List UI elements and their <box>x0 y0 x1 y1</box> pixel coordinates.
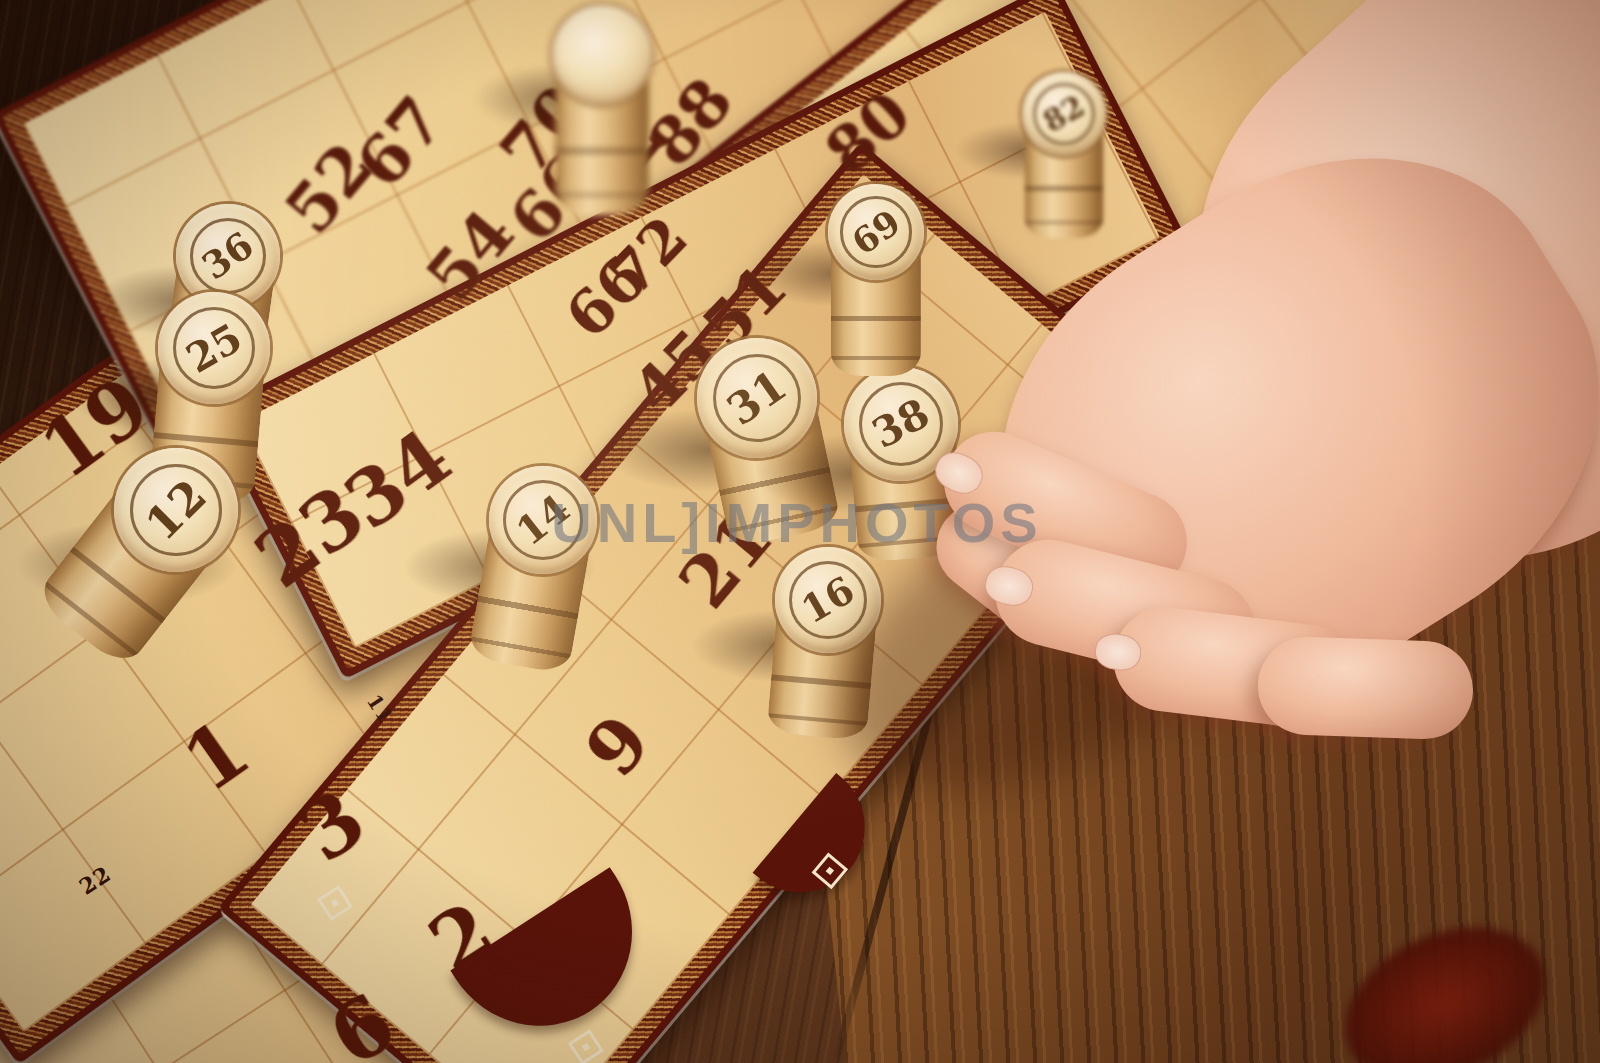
red-object-on-table <box>1320 897 1569 1063</box>
barrel-top-face: 82 <box>1022 72 1106 156</box>
barrel-top-face <box>552 5 652 105</box>
barrel-top-face: 25 <box>158 292 270 404</box>
corner-square-mark <box>812 853 849 890</box>
barrel-top-face: 38 <box>844 367 958 481</box>
lotto-photo-scene: 6752706688725480726651451934231321926221… <box>0 0 1600 1063</box>
barrel-top-face: 14 <box>489 466 597 574</box>
barrel-top-face: 36 <box>176 204 280 308</box>
ring-finger <box>1108 601 1364 734</box>
barrel-top-face: 16 <box>775 547 881 653</box>
pinky-finger <box>1256 635 1474 740</box>
barrel-top-face: 12 <box>114 448 238 572</box>
barrel-top-face: 69 <box>828 184 924 280</box>
ring-fingernail <box>1093 631 1144 673</box>
